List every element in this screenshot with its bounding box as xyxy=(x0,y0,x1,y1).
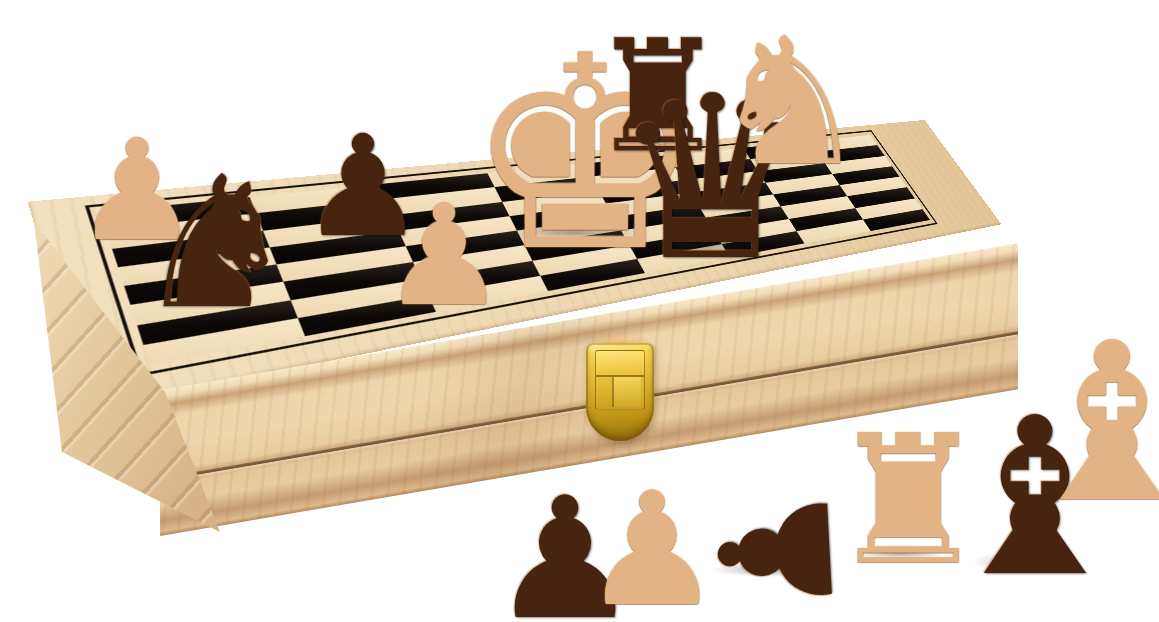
clasp-shield xyxy=(586,343,654,441)
brass-clasp[interactable] xyxy=(586,343,654,441)
piece-black-knight-b7[interactable]: ♞ xyxy=(134,152,297,334)
piece-white-knight-h8[interactable]: ♞ xyxy=(711,15,869,191)
product-photo-scene: ♟♞♟♟♚♜♛♞♟♟♟♜♝♝ xyxy=(0,0,1159,622)
piece-white-bishop-off-6[interactable]: ♝ xyxy=(1014,314,1159,533)
clasp-latch-plate xyxy=(595,350,645,410)
clasp-latch-slot xyxy=(612,377,641,407)
